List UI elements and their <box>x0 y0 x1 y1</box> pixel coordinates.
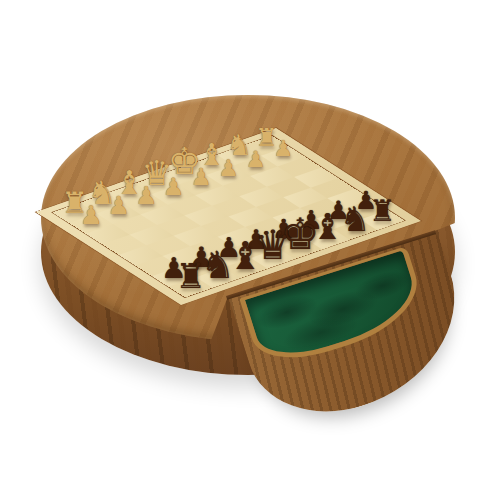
product-photo-round-chess-set: ♜♞♝♛♚♝♞♜♟♟♟♟♟♟♟♟♟♟♟♟♟♟♟♟♜♞♝♛♚♝♞♜ <box>0 0 500 500</box>
piece-white-pawn-h2[interactable]: ♟ <box>273 138 293 160</box>
piece-white-pawn-d2[interactable]: ♟ <box>163 175 185 199</box>
piece-white-pawn-b2[interactable]: ♟ <box>107 193 130 218</box>
piece-white-pawn-a2[interactable]: ♟ <box>80 202 103 228</box>
piece-white-pawn-e2[interactable]: ♟ <box>190 166 211 190</box>
piece-white-pawn-c2[interactable]: ♟ <box>135 184 157 209</box>
piece-black-rook-h8[interactable]: ♜ <box>369 196 396 226</box>
piece-white-pawn-f2[interactable]: ♟ <box>218 157 239 180</box>
piece-black-rook-a8[interactable]: ♜ <box>175 259 206 293</box>
piece-white-pawn-g2[interactable]: ♟ <box>246 147 266 169</box>
piece-black-knight-g8[interactable]: ♞ <box>340 202 371 236</box>
